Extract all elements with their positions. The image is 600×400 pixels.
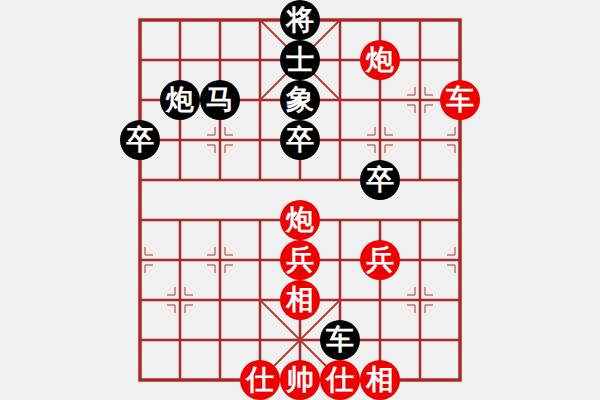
piece-black-advisor[interactable]: 士 bbox=[280, 40, 320, 80]
piece-black-chariot[interactable]: 车 bbox=[320, 320, 360, 360]
piece-red-advisor-1[interactable]: 仕 bbox=[240, 360, 280, 400]
piece-red-soldier-2[interactable]: 兵 bbox=[360, 240, 400, 280]
piece-red-cannon-1[interactable]: 炮 bbox=[360, 40, 400, 80]
piece-black-horse[interactable]: 马 bbox=[200, 80, 240, 120]
piece-red-chariot[interactable]: 车 bbox=[440, 80, 480, 120]
piece-red-advisor-2[interactable]: 仕 bbox=[320, 360, 360, 400]
piece-black-soldier-1[interactable]: 卒 bbox=[120, 120, 160, 160]
piece-red-cannon-2[interactable]: 炮 bbox=[280, 200, 320, 240]
piece-red-general[interactable]: 帅 bbox=[280, 360, 320, 400]
piece-red-soldier-1[interactable]: 兵 bbox=[280, 240, 320, 280]
piece-red-elephant-2[interactable]: 相 bbox=[360, 360, 400, 400]
piece-red-elephant-1[interactable]: 相 bbox=[280, 280, 320, 320]
piece-black-general[interactable]: 将 bbox=[280, 0, 320, 40]
xiangqi-board: 将士炮炮马象车卒卒卒炮兵兵相车仕帅仕相 bbox=[0, 0, 600, 400]
piece-black-soldier-2[interactable]: 卒 bbox=[280, 120, 320, 160]
piece-layer: 将士炮炮马象车卒卒卒炮兵兵相车仕帅仕相 bbox=[120, 0, 480, 400]
piece-black-cannon[interactable]: 炮 bbox=[160, 80, 200, 120]
piece-black-elephant[interactable]: 象 bbox=[280, 80, 320, 120]
piece-black-soldier-3[interactable]: 卒 bbox=[360, 160, 400, 200]
